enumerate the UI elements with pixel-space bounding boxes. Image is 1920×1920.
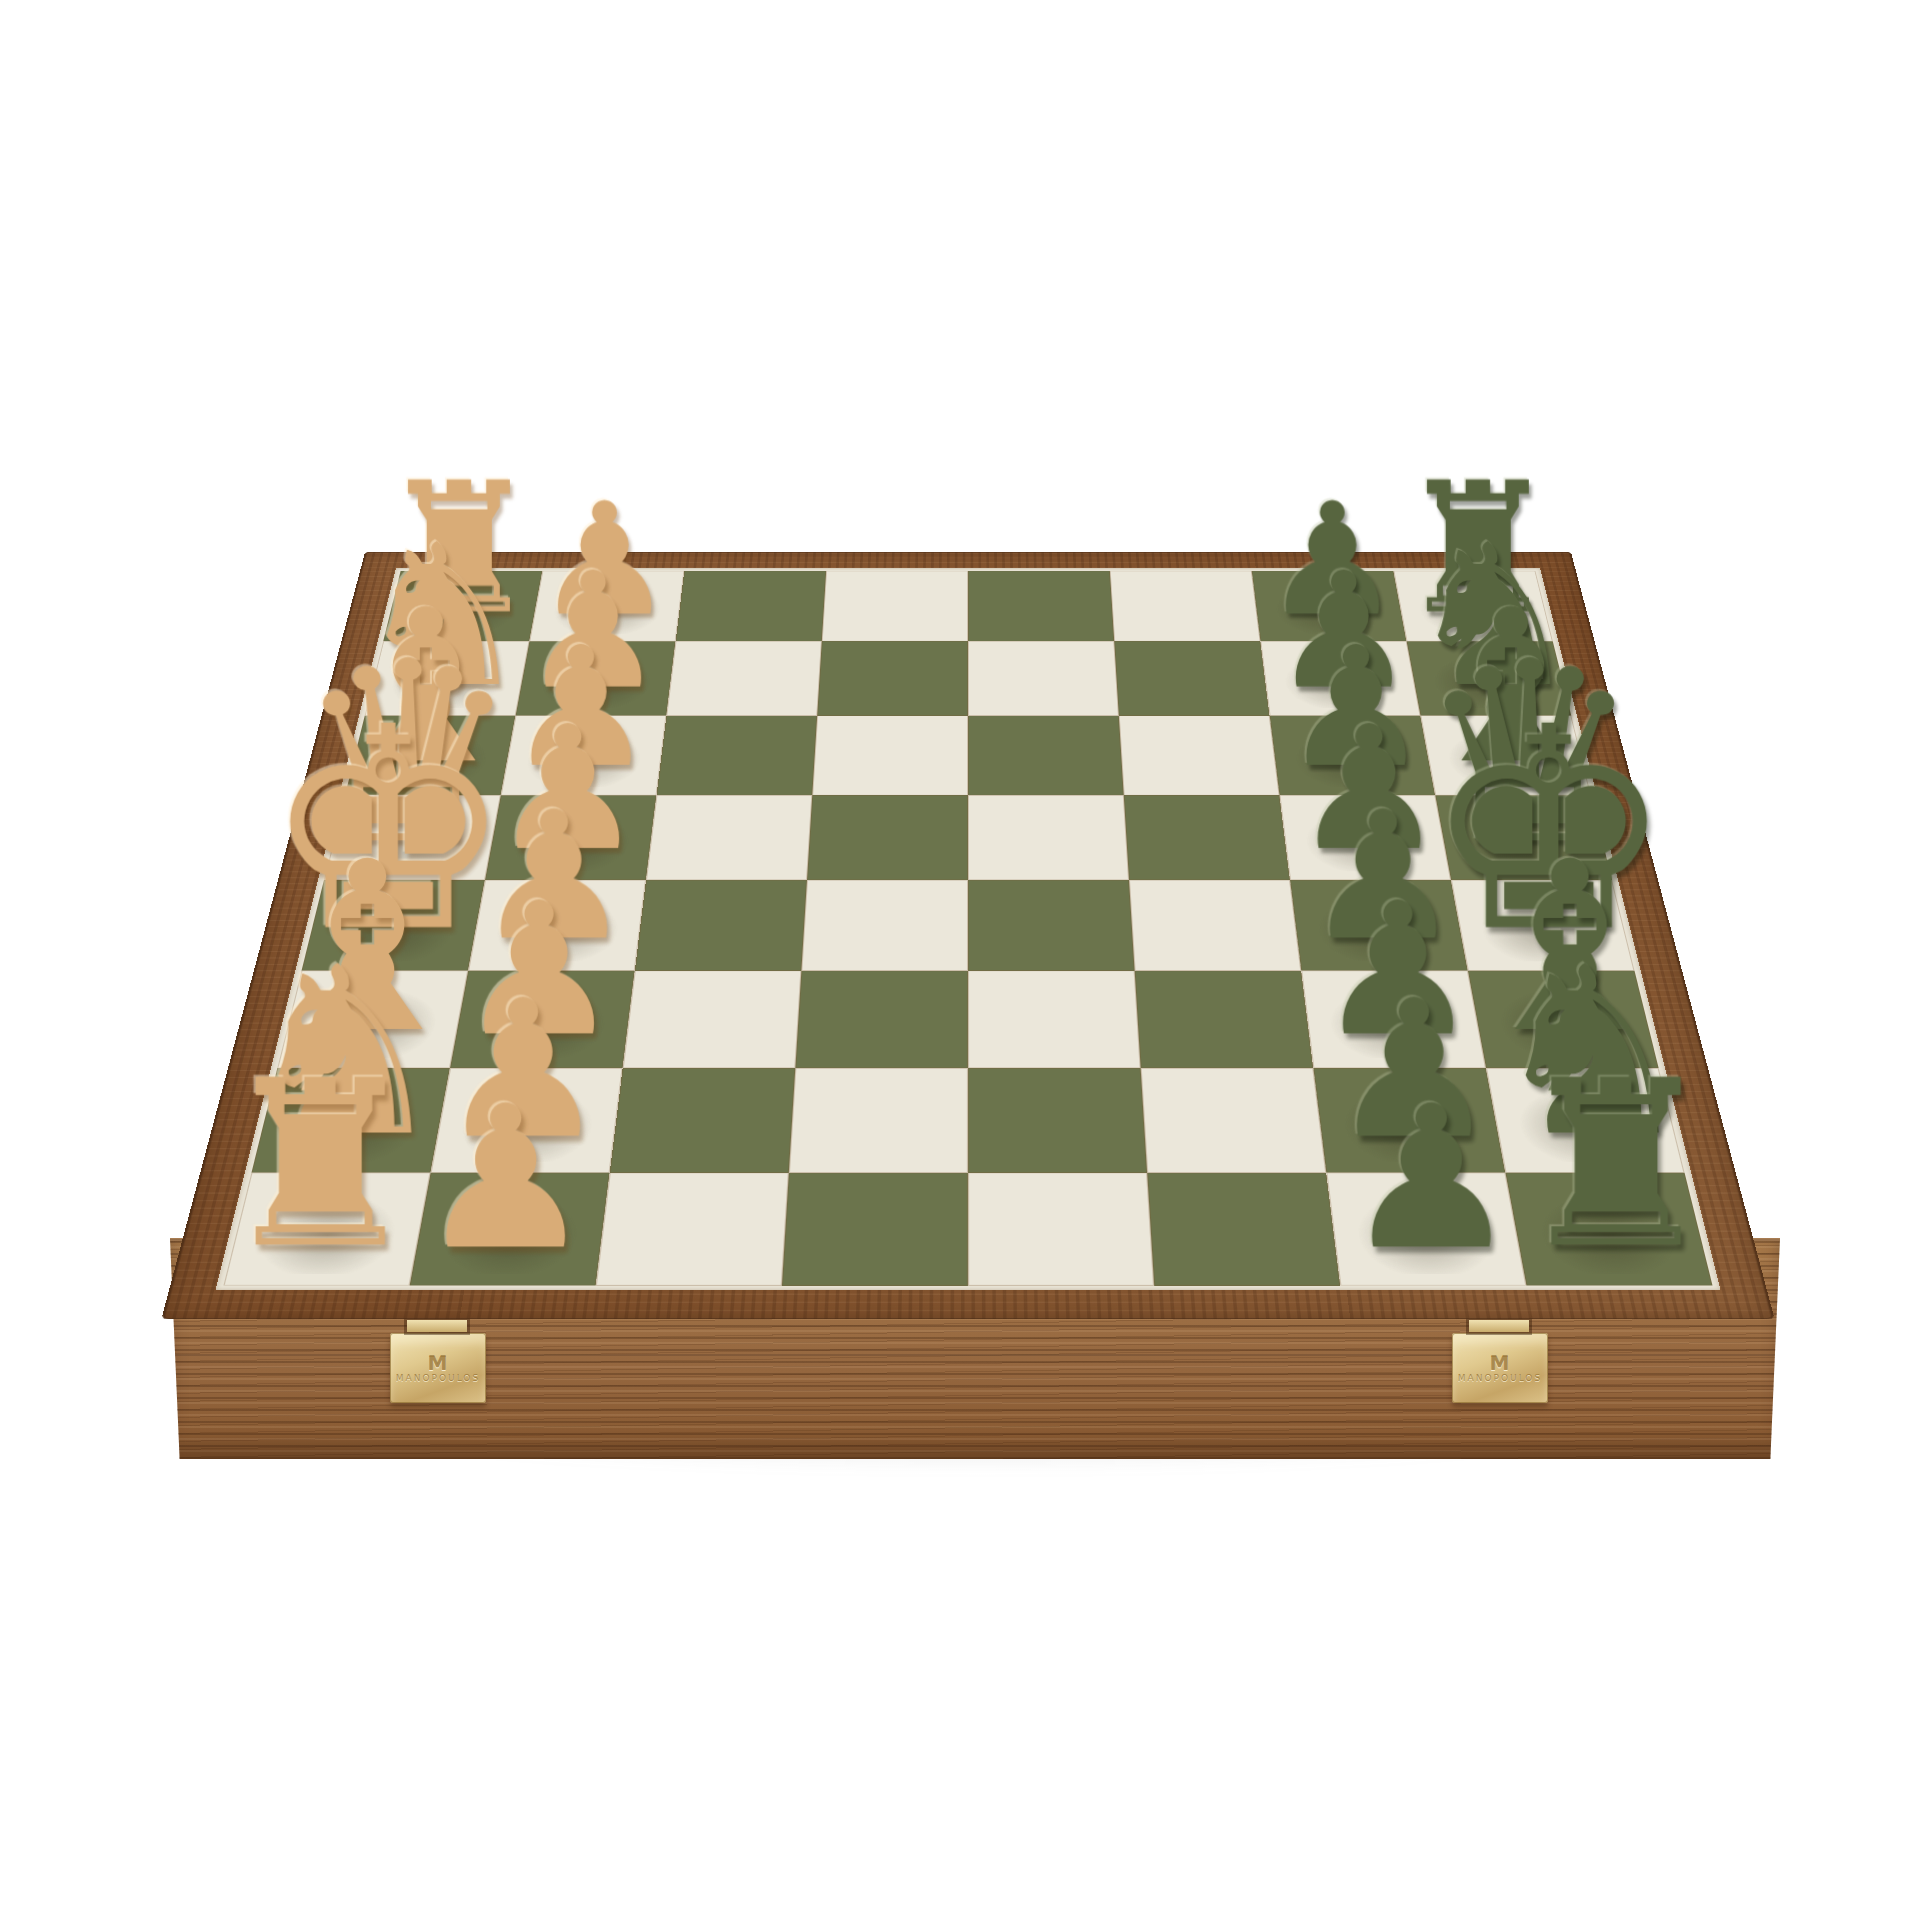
square-c5[interactable] — [968, 716, 1124, 795]
square-d6[interactable] — [1124, 795, 1290, 880]
piece-olive-rook[interactable]: ♜ — [1513, 1061, 1719, 1268]
board-frame: ♜♟♟♜♞♟♟♞♝♟♟♝♛♟♟♛♚♟♟♚♝♟♟♝♞♟♟♞♜♟♟♜ — [161, 552, 1774, 1320]
square-h1[interactable]: ♜ — [223, 1173, 430, 1286]
product-photo-chess-set: M MANOPOULOS M MANOPOULOS ♜♟♟♜♞♟♟♞♝♟♟♝♛♟… — [0, 0, 1920, 1920]
square-b3[interactable] — [666, 641, 821, 716]
board-mat: ♜♟♟♜♞♟♟♞♝♟♟♝♛♟♟♛♚♟♟♚♝♟♟♝♞♟♟♞♜♟♟♜ — [215, 568, 1720, 1289]
square-c4[interactable] — [812, 716, 968, 795]
board-grid: ♜♟♟♜♞♟♟♞♝♟♟♝♛♟♟♛♚♟♟♚♝♟♟♝♞♟♟♞♜♟♟♜ — [223, 571, 1712, 1286]
square-e3[interactable] — [635, 880, 807, 971]
square-g4[interactable] — [789, 1068, 968, 1173]
piece-olive-pawn[interactable]: ♟ — [1342, 1090, 1519, 1268]
square-a3[interactable] — [676, 571, 827, 641]
square-e5[interactable] — [968, 880, 1135, 971]
board-tilt: ♜♟♟♜♞♟♟♞♝♟♟♝♛♟♟♛♚♟♟♚♝♟♟♝♞♟♟♞♜♟♟♜ — [161, 552, 1774, 1320]
square-a6[interactable] — [1110, 571, 1261, 641]
square-h5[interactable] — [968, 1173, 1154, 1286]
square-g6[interactable] — [1141, 1068, 1327, 1173]
square-h8[interactable]: ♜ — [1505, 1173, 1712, 1286]
piece-white-pawn[interactable]: ♟ — [417, 1090, 594, 1268]
square-d4[interactable] — [807, 795, 968, 880]
square-f5[interactable] — [968, 971, 1141, 1068]
square-c3[interactable] — [657, 716, 818, 795]
square-f3[interactable] — [623, 971, 802, 1068]
square-h2[interactable]: ♟ — [410, 1173, 610, 1286]
square-b6[interactable] — [1114, 641, 1269, 716]
square-f6[interactable] — [1135, 971, 1314, 1068]
square-h7[interactable]: ♟ — [1326, 1173, 1526, 1286]
square-c6[interactable] — [1119, 716, 1280, 795]
square-e4[interactable] — [801, 880, 968, 971]
square-e6[interactable] — [1129, 880, 1301, 971]
square-h6[interactable] — [1147, 1173, 1340, 1286]
square-a5[interactable] — [968, 571, 1114, 641]
square-h4[interactable] — [782, 1173, 968, 1286]
piece-white-rook[interactable]: ♜ — [217, 1061, 423, 1268]
square-h3[interactable] — [596, 1173, 789, 1286]
square-g3[interactable] — [610, 1068, 796, 1173]
square-d3[interactable] — [646, 795, 812, 880]
square-b5[interactable] — [968, 641, 1119, 716]
square-f4[interactable] — [795, 971, 968, 1068]
square-b4[interactable] — [817, 641, 968, 716]
square-d5[interactable] — [968, 795, 1129, 880]
square-a4[interactable] — [822, 571, 968, 641]
square-g5[interactable] — [968, 1068, 1147, 1173]
chess-scene: ♜♟♟♜♞♟♟♞♝♟♟♝♛♟♟♛♚♟♟♚♝♟♟♝♞♟♟♞♜♟♟♜ — [278, 190, 1658, 1570]
